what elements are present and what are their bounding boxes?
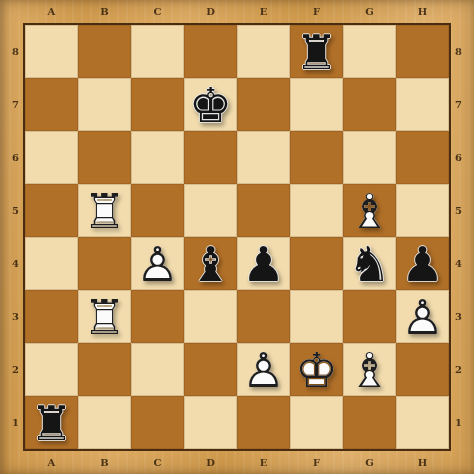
chess-board: ♜♚♜♖♝♗♟♙♝♟♞♟♜♖♟♙♟♙♚♔♝♗♜	[23, 23, 451, 451]
rank-label-7: 7	[0, 78, 23, 131]
rank-label-4: 4	[451, 237, 474, 290]
file-label-h: H	[396, 451, 449, 474]
piece-white-bishop-g2[interactable]: ♝♗	[343, 343, 396, 396]
square-g7[interactable]	[343, 78, 396, 131]
square-h6[interactable]	[396, 131, 449, 184]
square-b6[interactable]	[78, 131, 131, 184]
square-d8[interactable]	[184, 25, 237, 78]
square-h5[interactable]	[396, 184, 449, 237]
rank-label-6: 6	[451, 131, 474, 184]
file-label-b: B	[78, 0, 131, 23]
square-f1[interactable]	[290, 396, 343, 449]
square-e8[interactable]	[237, 25, 290, 78]
square-a3[interactable]	[25, 290, 78, 343]
rank-label-8: 8	[0, 25, 23, 78]
square-f6[interactable]	[290, 131, 343, 184]
square-b4[interactable]	[78, 237, 131, 290]
square-f3[interactable]	[290, 290, 343, 343]
piece-white-pawn-h3[interactable]: ♟♙	[396, 290, 449, 343]
file-label-c: C	[131, 451, 184, 474]
square-c3[interactable]	[131, 290, 184, 343]
square-b2[interactable]	[78, 343, 131, 396]
square-a5[interactable]	[25, 184, 78, 237]
file-label-f: F	[290, 451, 343, 474]
square-f5[interactable]	[290, 184, 343, 237]
piece-white-king-f2[interactable]: ♚♔	[290, 343, 343, 396]
square-d4[interactable]: ♝	[184, 237, 237, 290]
square-a8[interactable]	[25, 25, 78, 78]
square-e2[interactable]: ♟♙	[237, 343, 290, 396]
file-labels-top: ABCDEFGH	[25, 0, 449, 23]
file-label-h: H	[396, 0, 449, 23]
square-e1[interactable]	[237, 396, 290, 449]
square-h2[interactable]	[396, 343, 449, 396]
file-label-a: A	[25, 451, 78, 474]
square-c6[interactable]	[131, 131, 184, 184]
square-f2[interactable]: ♚♔	[290, 343, 343, 396]
piece-black-pawn-h4[interactable]: ♟	[396, 237, 449, 290]
square-e4[interactable]: ♟	[237, 237, 290, 290]
rank-label-3: 3	[451, 290, 474, 343]
square-a2[interactable]	[25, 343, 78, 396]
square-g5[interactable]: ♝♗	[343, 184, 396, 237]
square-b3[interactable]: ♜♖	[78, 290, 131, 343]
piece-black-pawn-e4[interactable]: ♟	[237, 237, 290, 290]
square-g2[interactable]: ♝♗	[343, 343, 396, 396]
file-label-d: D	[184, 0, 237, 23]
square-c7[interactable]	[131, 78, 184, 131]
square-c1[interactable]	[131, 396, 184, 449]
rank-label-5: 5	[451, 184, 474, 237]
chess-app: ABCDEFGH ABCDEFGH 87654321 87654321 ♜♚♜♖…	[0, 0, 474, 474]
square-g8[interactable]	[343, 25, 396, 78]
square-e5[interactable]	[237, 184, 290, 237]
square-h7[interactable]	[396, 78, 449, 131]
square-b8[interactable]	[78, 25, 131, 78]
square-f8[interactable]: ♜	[290, 25, 343, 78]
square-g1[interactable]	[343, 396, 396, 449]
square-b5[interactable]: ♜♖	[78, 184, 131, 237]
piece-white-rook-b5[interactable]: ♜♖	[78, 184, 131, 237]
piece-black-bishop-d4[interactable]: ♝	[184, 237, 237, 290]
square-c8[interactable]	[131, 25, 184, 78]
rank-label-1: 1	[0, 396, 23, 449]
square-h8[interactable]	[396, 25, 449, 78]
square-g6[interactable]	[343, 131, 396, 184]
square-e3[interactable]	[237, 290, 290, 343]
square-a1[interactable]: ♜	[25, 396, 78, 449]
rank-labels-right: 87654321	[451, 25, 474, 449]
square-b7[interactable]	[78, 78, 131, 131]
square-d1[interactable]	[184, 396, 237, 449]
square-d2[interactable]	[184, 343, 237, 396]
square-h3[interactable]: ♟♙	[396, 290, 449, 343]
rank-label-7: 7	[451, 78, 474, 131]
square-c5[interactable]	[131, 184, 184, 237]
square-h4[interactable]: ♟	[396, 237, 449, 290]
file-label-c: C	[131, 0, 184, 23]
rank-labels-left: 87654321	[0, 25, 23, 449]
rank-label-3: 3	[0, 290, 23, 343]
file-label-f: F	[290, 0, 343, 23]
file-label-e: E	[237, 451, 290, 474]
square-c2[interactable]	[131, 343, 184, 396]
file-label-g: G	[343, 0, 396, 23]
piece-black-rook-f8[interactable]: ♜	[290, 25, 343, 78]
square-d6[interactable]	[184, 131, 237, 184]
rank-label-6: 6	[0, 131, 23, 184]
file-label-b: B	[78, 451, 131, 474]
square-e6[interactable]	[237, 131, 290, 184]
square-e7[interactable]	[237, 78, 290, 131]
file-label-a: A	[25, 0, 78, 23]
rank-label-1: 1	[451, 396, 474, 449]
file-label-g: G	[343, 451, 396, 474]
square-a4[interactable]	[25, 237, 78, 290]
piece-white-rook-b3[interactable]: ♜♖	[78, 290, 131, 343]
square-g3[interactable]	[343, 290, 396, 343]
square-d5[interactable]	[184, 184, 237, 237]
file-labels-bottom: ABCDEFGH	[25, 451, 449, 474]
square-d3[interactable]	[184, 290, 237, 343]
square-a7[interactable]	[25, 78, 78, 131]
rank-label-2: 2	[451, 343, 474, 396]
square-c4[interactable]: ♟♙	[131, 237, 184, 290]
square-g4[interactable]: ♞	[343, 237, 396, 290]
rank-label-5: 5	[0, 184, 23, 237]
piece-white-pawn-e2[interactable]: ♟♙	[237, 343, 290, 396]
square-b1[interactable]	[78, 396, 131, 449]
piece-black-knight-g4[interactable]: ♞	[343, 237, 396, 290]
piece-black-king-d7[interactable]: ♚	[184, 78, 237, 131]
square-f4[interactable]	[290, 237, 343, 290]
square-f7[interactable]	[290, 78, 343, 131]
rank-label-8: 8	[451, 25, 474, 78]
square-a6[interactable]	[25, 131, 78, 184]
file-label-d: D	[184, 451, 237, 474]
square-d7[interactable]: ♚	[184, 78, 237, 131]
square-h1[interactable]	[396, 396, 449, 449]
file-label-e: E	[237, 0, 290, 23]
piece-black-rook-a1[interactable]: ♜	[25, 396, 78, 449]
rank-label-4: 4	[0, 237, 23, 290]
rank-label-2: 2	[0, 343, 23, 396]
piece-white-bishop-g5[interactable]: ♝♗	[343, 184, 396, 237]
piece-white-pawn-c4[interactable]: ♟♙	[131, 237, 184, 290]
